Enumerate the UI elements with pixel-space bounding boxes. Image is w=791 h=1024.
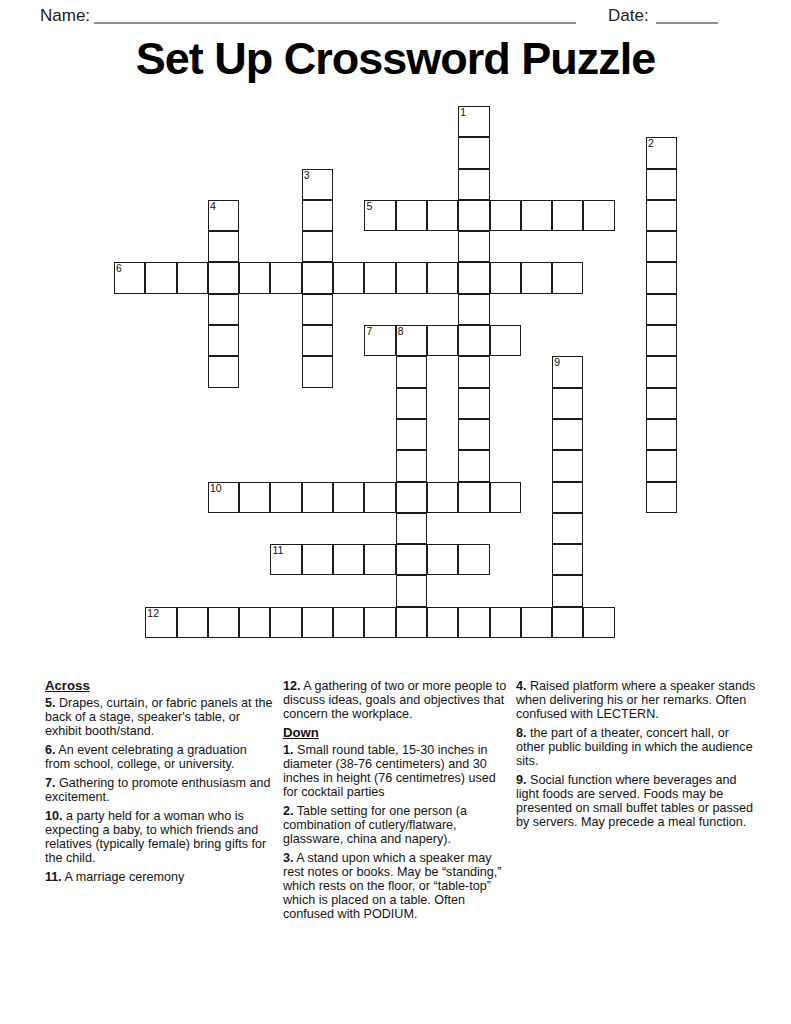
grid-void bbox=[490, 544, 521, 575]
grid-void bbox=[615, 388, 646, 419]
grid-void bbox=[239, 513, 270, 544]
name-blank-line bbox=[94, 6, 576, 24]
grid-void bbox=[490, 513, 521, 544]
grid-void bbox=[177, 200, 208, 231]
grid-cell[interactable]: 5 bbox=[364, 200, 395, 231]
grid-void bbox=[427, 231, 458, 262]
grid-void bbox=[114, 388, 145, 419]
grid-void bbox=[521, 356, 552, 387]
grid-void bbox=[208, 544, 239, 575]
grid-void bbox=[583, 544, 614, 575]
grid-cell[interactable] bbox=[396, 450, 427, 481]
grid-cell[interactable] bbox=[177, 262, 208, 293]
grid-cell[interactable] bbox=[552, 544, 583, 575]
grid-void bbox=[333, 106, 364, 137]
date-blank-line bbox=[656, 6, 718, 24]
grid-void bbox=[145, 544, 176, 575]
grid-void bbox=[333, 575, 364, 606]
grid-void bbox=[364, 575, 395, 606]
grid-cell[interactable] bbox=[396, 575, 427, 606]
grid-void bbox=[177, 356, 208, 387]
grid-cell[interactable] bbox=[552, 262, 583, 293]
grid-void bbox=[490, 356, 521, 387]
grid-cell[interactable]: 4 bbox=[208, 200, 239, 231]
grid-cell[interactable] bbox=[427, 200, 458, 231]
grid-void bbox=[239, 450, 270, 481]
grid-cell[interactable] bbox=[302, 231, 333, 262]
grid-cell[interactable] bbox=[646, 419, 677, 450]
grid-cell[interactable] bbox=[396, 482, 427, 513]
grid-void bbox=[239, 356, 270, 387]
grid-cell[interactable] bbox=[458, 200, 489, 231]
grid-void bbox=[270, 106, 301, 137]
grid-void bbox=[615, 513, 646, 544]
grid-void bbox=[427, 294, 458, 325]
grid-void bbox=[490, 450, 521, 481]
grid-void bbox=[333, 200, 364, 231]
grid-void bbox=[177, 294, 208, 325]
grid-void bbox=[208, 513, 239, 544]
grid-void bbox=[302, 106, 333, 137]
clue-item: 1. Small round table, 15-30 inches in di… bbox=[283, 743, 511, 799]
grid-void bbox=[114, 544, 145, 575]
grid-void bbox=[646, 544, 677, 575]
grid-cell[interactable] bbox=[458, 388, 489, 419]
grid-cell[interactable]: 1 bbox=[458, 106, 489, 137]
grid-cell[interactable] bbox=[458, 419, 489, 450]
grid-cell[interactable] bbox=[396, 356, 427, 387]
grid-void bbox=[521, 231, 552, 262]
grid-cell[interactable]: 10 bbox=[208, 482, 239, 513]
grid-void bbox=[646, 607, 677, 638]
grid-void bbox=[490, 169, 521, 200]
clue-number: 2 bbox=[648, 137, 654, 149]
grid-void bbox=[333, 450, 364, 481]
clue-item: 11. A marriage ceremony bbox=[45, 870, 274, 884]
grid-cell[interactable] bbox=[333, 262, 364, 293]
grid-cell[interactable] bbox=[490, 607, 521, 638]
grid-void bbox=[364, 450, 395, 481]
grid-void bbox=[270, 388, 301, 419]
grid-void bbox=[646, 575, 677, 606]
grid-cell[interactable] bbox=[208, 325, 239, 356]
grid-void bbox=[145, 450, 176, 481]
grid-cell[interactable] bbox=[177, 607, 208, 638]
grid-void bbox=[177, 325, 208, 356]
grid-void bbox=[490, 137, 521, 168]
grid-void bbox=[552, 137, 583, 168]
grid-void bbox=[615, 450, 646, 481]
grid-cell[interactable]: 7 bbox=[364, 325, 395, 356]
grid-void bbox=[177, 419, 208, 450]
grid-void bbox=[427, 137, 458, 168]
grid-cell[interactable] bbox=[427, 482, 458, 513]
across-clue-list: 5. Drapes, curtain, or fabric panels at … bbox=[45, 696, 274, 884]
grid-void bbox=[521, 294, 552, 325]
clue-number: 12 bbox=[147, 607, 159, 619]
grid-void bbox=[521, 544, 552, 575]
grid-cell[interactable] bbox=[552, 419, 583, 450]
grid-cell[interactable] bbox=[521, 200, 552, 231]
grid-void bbox=[270, 575, 301, 606]
grid-void bbox=[239, 106, 270, 137]
clue-column-middle: 12. A gathering of two or more people to… bbox=[283, 679, 511, 926]
grid-void bbox=[114, 231, 145, 262]
grid-void bbox=[270, 200, 301, 231]
grid-cell[interactable] bbox=[396, 200, 427, 231]
grid-void bbox=[239, 544, 270, 575]
grid-void bbox=[145, 356, 176, 387]
grid-void bbox=[333, 356, 364, 387]
grid-cell[interactable] bbox=[552, 200, 583, 231]
grid-cell[interactable] bbox=[490, 262, 521, 293]
clue-item-number: 11. bbox=[45, 870, 62, 884]
clue-item-number: 1. bbox=[283, 743, 294, 757]
grid-cell[interactable] bbox=[302, 294, 333, 325]
grid-cell[interactable] bbox=[145, 262, 176, 293]
clue-number: 1 bbox=[460, 106, 466, 118]
grid-cell[interactable] bbox=[333, 607, 364, 638]
grid-void bbox=[490, 575, 521, 606]
clue-item-number: 7. bbox=[45, 776, 56, 790]
clue-item: 4. Raised platform where a speaker stand… bbox=[516, 679, 758, 721]
grid-void bbox=[239, 200, 270, 231]
grid-cell[interactable] bbox=[552, 513, 583, 544]
grid-void bbox=[177, 450, 208, 481]
grid-cell[interactable]: 2 bbox=[646, 137, 677, 168]
grid-void bbox=[177, 388, 208, 419]
grid-void bbox=[364, 356, 395, 387]
grid-cell[interactable] bbox=[302, 607, 333, 638]
grid-void bbox=[552, 231, 583, 262]
grid-void bbox=[615, 137, 646, 168]
grid-cell[interactable] bbox=[427, 544, 458, 575]
grid-cell[interactable]: 6 bbox=[114, 262, 145, 293]
clue-number: 10 bbox=[210, 482, 222, 494]
grid-void bbox=[364, 106, 395, 137]
grid-void bbox=[521, 482, 552, 513]
grid-cell[interactable] bbox=[583, 200, 614, 231]
grid-void bbox=[615, 419, 646, 450]
grid-cell[interactable] bbox=[302, 544, 333, 575]
grid-void bbox=[302, 419, 333, 450]
grid-void bbox=[583, 106, 614, 137]
grid-void bbox=[364, 513, 395, 544]
grid-void bbox=[615, 544, 646, 575]
grid-void bbox=[145, 482, 176, 513]
grid-void bbox=[552, 325, 583, 356]
grid-void bbox=[270, 419, 301, 450]
grid-cell[interactable]: 3 bbox=[302, 169, 333, 200]
grid-void bbox=[145, 231, 176, 262]
grid-cell[interactable] bbox=[458, 356, 489, 387]
grid-cell[interactable] bbox=[490, 200, 521, 231]
grid-cell[interactable] bbox=[302, 200, 333, 231]
grid-void bbox=[364, 294, 395, 325]
grid-cell[interactable] bbox=[646, 294, 677, 325]
grid-cell[interactable] bbox=[646, 169, 677, 200]
grid-void bbox=[583, 294, 614, 325]
grid-void bbox=[239, 137, 270, 168]
grid-cell[interactable] bbox=[396, 388, 427, 419]
grid-cell[interactable] bbox=[364, 262, 395, 293]
grid-cell[interactable] bbox=[208, 294, 239, 325]
grid-cell[interactable] bbox=[458, 544, 489, 575]
grid-void bbox=[333, 231, 364, 262]
grid-cell[interactable] bbox=[552, 450, 583, 481]
grid-cell[interactable] bbox=[208, 231, 239, 262]
clue-item-number: 2. bbox=[283, 804, 294, 818]
grid-void bbox=[208, 388, 239, 419]
grid-cell[interactable]: 11 bbox=[270, 544, 301, 575]
grid-void bbox=[333, 294, 364, 325]
grid-void bbox=[145, 388, 176, 419]
clue-number: 7 bbox=[366, 325, 372, 337]
clue-item: 8. the part of a theater, concert hall, … bbox=[516, 726, 758, 768]
grid-void bbox=[239, 325, 270, 356]
grid-void bbox=[396, 231, 427, 262]
grid-void bbox=[427, 169, 458, 200]
grid-cell[interactable] bbox=[239, 607, 270, 638]
grid-void bbox=[615, 200, 646, 231]
grid-void bbox=[177, 513, 208, 544]
grid-cell[interactable] bbox=[458, 607, 489, 638]
grid-cell[interactable] bbox=[646, 325, 677, 356]
grid-void bbox=[615, 106, 646, 137]
grid-cell[interactable] bbox=[552, 388, 583, 419]
grid-void bbox=[427, 106, 458, 137]
grid-void bbox=[114, 513, 145, 544]
grid-void bbox=[145, 513, 176, 544]
grid-void bbox=[177, 231, 208, 262]
grid-cell[interactable] bbox=[364, 544, 395, 575]
grid-cell[interactable] bbox=[583, 607, 614, 638]
grid-cell[interactable] bbox=[458, 482, 489, 513]
grid-cell[interactable] bbox=[521, 607, 552, 638]
grid-void bbox=[396, 169, 427, 200]
grid-void bbox=[177, 169, 208, 200]
grid-void bbox=[458, 575, 489, 606]
grid-cell[interactable] bbox=[396, 419, 427, 450]
grid-cell[interactable] bbox=[646, 450, 677, 481]
grid-void bbox=[177, 482, 208, 513]
crossword-worksheet: { "header": { "name_label": "Name:", "da… bbox=[0, 0, 791, 1024]
crossword-grid: 123456789101112 bbox=[114, 106, 677, 638]
page-title: Set Up Crossword Puzzle bbox=[0, 33, 791, 85]
grid-cell[interactable] bbox=[239, 482, 270, 513]
grid-void bbox=[333, 325, 364, 356]
across-heading: Across bbox=[45, 679, 274, 693]
grid-void bbox=[490, 294, 521, 325]
grid-void bbox=[583, 388, 614, 419]
grid-void bbox=[583, 513, 614, 544]
grid-cell[interactable] bbox=[364, 607, 395, 638]
clue-number: 9 bbox=[554, 356, 560, 368]
grid-cell[interactable] bbox=[427, 607, 458, 638]
grid-void bbox=[521, 450, 552, 481]
grid-void bbox=[270, 231, 301, 262]
grid-cell[interactable] bbox=[396, 513, 427, 544]
grid-cell[interactable] bbox=[270, 262, 301, 293]
grid-void bbox=[145, 294, 176, 325]
clue-number: 8 bbox=[398, 325, 404, 337]
grid-void bbox=[114, 607, 145, 638]
grid-cell[interactable] bbox=[208, 262, 239, 293]
grid-cell[interactable] bbox=[396, 262, 427, 293]
grid-cell[interactable] bbox=[458, 450, 489, 481]
grid-void bbox=[615, 169, 646, 200]
grid-void bbox=[364, 137, 395, 168]
grid-cell[interactable] bbox=[490, 325, 521, 356]
grid-void bbox=[239, 294, 270, 325]
clue-item-number: 8. bbox=[516, 726, 527, 740]
grid-void bbox=[114, 106, 145, 137]
grid-void bbox=[302, 513, 333, 544]
grid-cell[interactable] bbox=[646, 482, 677, 513]
grid-cell[interactable] bbox=[458, 169, 489, 200]
grid-void bbox=[615, 607, 646, 638]
clue-item-number: 12. bbox=[283, 679, 301, 693]
grid-void bbox=[114, 137, 145, 168]
grid-void bbox=[427, 388, 458, 419]
grid-cell[interactable] bbox=[427, 325, 458, 356]
grid-void bbox=[333, 419, 364, 450]
grid-cell[interactable] bbox=[427, 262, 458, 293]
grid-cell[interactable] bbox=[208, 607, 239, 638]
grid-cell[interactable] bbox=[458, 325, 489, 356]
grid-void bbox=[521, 169, 552, 200]
grid-void bbox=[239, 169, 270, 200]
grid-cell[interactable] bbox=[490, 482, 521, 513]
grid-void bbox=[521, 388, 552, 419]
grid-cell[interactable] bbox=[646, 200, 677, 231]
grid-cell[interactable] bbox=[333, 544, 364, 575]
grid-cell[interactable]: 8 bbox=[396, 325, 427, 356]
grid-void bbox=[427, 513, 458, 544]
grid-cell[interactable] bbox=[208, 356, 239, 387]
grid-cell[interactable] bbox=[302, 325, 333, 356]
grid-void bbox=[114, 450, 145, 481]
grid-void bbox=[490, 231, 521, 262]
grid-cell[interactable] bbox=[521, 262, 552, 293]
grid-void bbox=[114, 325, 145, 356]
down-clue-list: 1. Small round table, 15-30 inches in di… bbox=[283, 743, 511, 921]
grid-void bbox=[552, 294, 583, 325]
grid-cell[interactable] bbox=[552, 482, 583, 513]
clue-item: 5. Drapes, curtain, or fabric panels at … bbox=[45, 696, 274, 738]
grid-cell[interactable] bbox=[458, 262, 489, 293]
grid-void bbox=[583, 169, 614, 200]
grid-void bbox=[114, 294, 145, 325]
down-heading: Down bbox=[283, 726, 511, 740]
grid-void bbox=[583, 450, 614, 481]
grid-void bbox=[208, 419, 239, 450]
grid-cell[interactable] bbox=[552, 607, 583, 638]
clue-number: 6 bbox=[116, 262, 122, 274]
grid-void bbox=[239, 388, 270, 419]
grid-cell[interactable] bbox=[458, 137, 489, 168]
grid-void bbox=[427, 575, 458, 606]
grid-void bbox=[583, 419, 614, 450]
grid-cell[interactable] bbox=[396, 607, 427, 638]
grid-cell[interactable] bbox=[396, 544, 427, 575]
grid-void bbox=[615, 356, 646, 387]
grid-void bbox=[270, 450, 301, 481]
grid-void bbox=[490, 388, 521, 419]
grid-cell[interactable] bbox=[646, 262, 677, 293]
grid-void bbox=[427, 450, 458, 481]
grid-void bbox=[114, 169, 145, 200]
grid-void bbox=[364, 169, 395, 200]
grid-cell[interactable] bbox=[646, 231, 677, 262]
grid-void bbox=[521, 325, 552, 356]
grid-void bbox=[615, 325, 646, 356]
grid-void bbox=[208, 169, 239, 200]
grid-cell[interactable] bbox=[458, 294, 489, 325]
grid-cell[interactable] bbox=[458, 231, 489, 262]
grid-void bbox=[583, 231, 614, 262]
grid-void bbox=[239, 575, 270, 606]
grid-cell[interactable]: 9 bbox=[552, 356, 583, 387]
grid-void bbox=[270, 294, 301, 325]
grid-void bbox=[208, 106, 239, 137]
grid-cell[interactable] bbox=[364, 482, 395, 513]
clue-item: 2. Table setting for one person (a combi… bbox=[283, 804, 511, 846]
grid-void bbox=[208, 450, 239, 481]
grid-void bbox=[145, 419, 176, 450]
grid-void bbox=[114, 356, 145, 387]
grid-cell[interactable] bbox=[552, 575, 583, 606]
grid-void bbox=[177, 575, 208, 606]
grid-void bbox=[333, 388, 364, 419]
grid-cell[interactable] bbox=[270, 482, 301, 513]
grid-void bbox=[208, 575, 239, 606]
grid-void bbox=[145, 169, 176, 200]
grid-void bbox=[615, 231, 646, 262]
grid-void bbox=[302, 575, 333, 606]
grid-cell[interactable] bbox=[646, 356, 677, 387]
grid-cell[interactable] bbox=[333, 482, 364, 513]
clue-item: 10. a party held for a woman who is expe… bbox=[45, 809, 274, 865]
grid-cell[interactable] bbox=[239, 262, 270, 293]
grid-void bbox=[427, 356, 458, 387]
clue-column-across: Across 5. Drapes, curtain, or fabric pan… bbox=[45, 679, 274, 889]
grid-void bbox=[615, 262, 646, 293]
grid-void bbox=[490, 106, 521, 137]
grid-void bbox=[270, 325, 301, 356]
grid-void bbox=[333, 169, 364, 200]
grid-void bbox=[521, 513, 552, 544]
grid-void bbox=[552, 169, 583, 200]
grid-void bbox=[145, 575, 176, 606]
grid-void bbox=[333, 513, 364, 544]
grid-cell[interactable] bbox=[646, 388, 677, 419]
grid-cell[interactable] bbox=[302, 262, 333, 293]
grid-void bbox=[270, 137, 301, 168]
clue-item-number: 3. bbox=[283, 851, 294, 865]
grid-void bbox=[646, 513, 677, 544]
grid-void bbox=[396, 294, 427, 325]
grid-void bbox=[114, 200, 145, 231]
grid-void bbox=[302, 450, 333, 481]
grid-cell[interactable] bbox=[302, 356, 333, 387]
clue-item: 7. Gathering to promote enthusiasm and e… bbox=[45, 776, 274, 804]
grid-cell[interactable]: 12 bbox=[145, 607, 176, 638]
grid-cell[interactable] bbox=[270, 607, 301, 638]
clue-item: 9. Social function where beverages and l… bbox=[516, 773, 758, 829]
grid-void bbox=[583, 356, 614, 387]
grid-cell[interactable] bbox=[302, 482, 333, 513]
